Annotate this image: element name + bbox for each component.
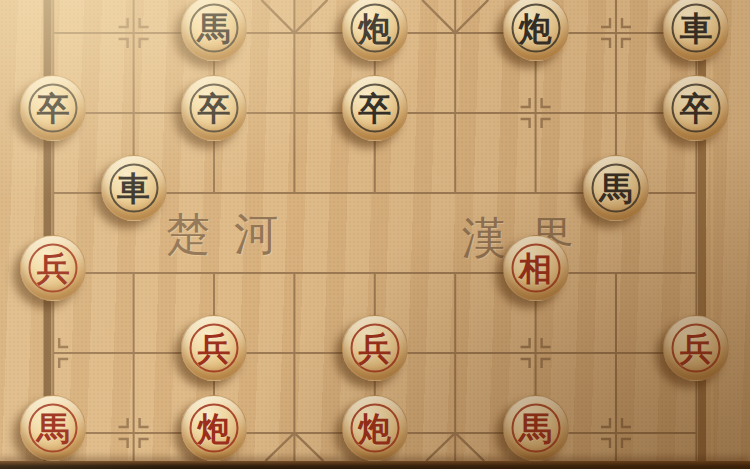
piece-black-soldier-file4-rank3[interactable]: 卒 [342,75,408,141]
piece-character: 炮 [197,412,230,445]
piece-red-soldier-file2-rank6[interactable]: 兵 [181,315,247,381]
piece-character: 車 [117,172,150,205]
piece-black-chariot-file1-rank4[interactable]: 車 [101,155,167,221]
xiangqi-board: 楚河 漢界 馬炮炮車卒卒卒卒車馬兵相兵兵兵馬炮炮馬 [0,0,750,469]
piece-black-chariot-file8-rank2[interactable]: 車 [663,0,729,61]
piece-black-cannon-file6-rank2[interactable]: 炮 [503,0,569,61]
piece-character: 馬 [37,412,70,445]
piece-black-horse-file7-rank4[interactable]: 馬 [583,155,649,221]
piece-black-horse-file2-rank2[interactable]: 馬 [181,0,247,61]
piece-character: 馬 [197,12,230,45]
board-bottom-edge [0,461,750,469]
piece-character: 兵 [197,332,230,365]
piece-character: 炮 [519,12,552,45]
piece-red-horse-file0-rank7[interactable]: 馬 [20,395,86,461]
piece-black-soldier-file2-rank3[interactable]: 卒 [181,75,247,141]
piece-black-cannon-file4-rank2[interactable]: 炮 [342,0,408,61]
piece-character: 卒 [37,92,70,125]
piece-character: 兵 [680,332,713,365]
piece-character: 車 [680,12,713,45]
piece-red-elephant-file6-rank5[interactable]: 相 [503,235,569,301]
piece-character: 炮 [358,412,391,445]
piece-character: 卒 [680,92,713,125]
piece-character: 馬 [519,412,552,445]
piece-black-soldier-file0-rank3[interactable]: 卒 [20,75,86,141]
piece-character: 兵 [37,252,70,285]
pieces-layer: 馬炮炮車卒卒卒卒車馬兵相兵兵兵馬炮炮馬 [13,0,737,469]
piece-character: 相 [519,252,552,285]
piece-red-cannon-file2-rank7[interactable]: 炮 [181,395,247,461]
piece-red-soldier-file4-rank6[interactable]: 兵 [342,315,408,381]
piece-red-soldier-file0-rank5[interactable]: 兵 [20,235,86,301]
piece-character: 兵 [358,332,391,365]
piece-character: 炮 [358,12,391,45]
piece-red-cannon-file4-rank7[interactable]: 炮 [342,395,408,461]
piece-character: 卒 [197,92,230,125]
piece-character: 卒 [358,92,391,125]
piece-black-soldier-file8-rank3[interactable]: 卒 [663,75,729,141]
piece-character: 馬 [599,172,632,205]
piece-red-horse-file6-rank7[interactable]: 馬 [503,395,569,461]
piece-red-soldier-file8-rank6[interactable]: 兵 [663,315,729,381]
